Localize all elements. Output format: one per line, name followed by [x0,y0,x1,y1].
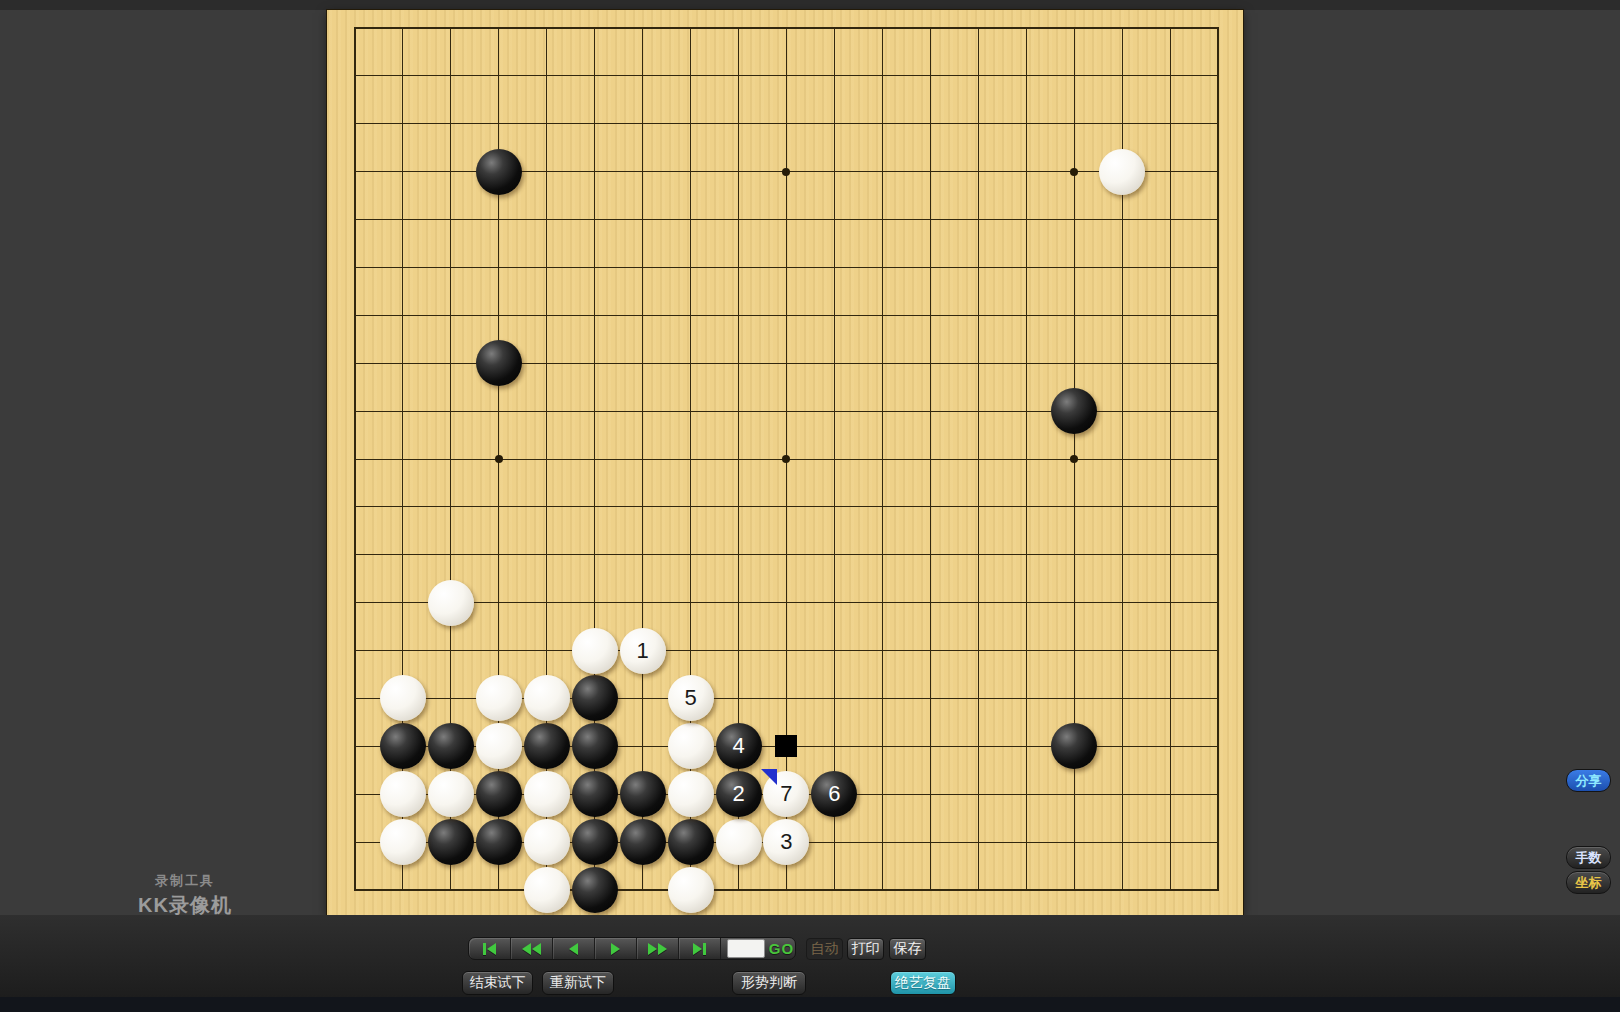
nav-to-start-button[interactable] [469,938,511,959]
stone-black [572,723,618,769]
stone-black [572,771,618,817]
go-button[interactable]: GO [768,940,795,957]
position-judge-button[interactable]: 形势判断 [732,971,806,995]
stone-white [668,771,714,817]
to-end-icon [693,943,702,955]
save-button[interactable]: 保存 [889,938,926,960]
star-point [782,455,790,463]
stone-black [1051,388,1097,434]
move-number-input[interactable] [727,939,765,958]
nav-backward-button[interactable] [553,938,595,959]
star-point [782,168,790,176]
stone-black-4: 4 [716,723,762,769]
stone-white [668,723,714,769]
move-number-label: 4 [732,735,744,757]
stone-black [428,819,474,865]
recorder-watermark: 录制工具 KK录像机 [90,872,280,919]
stone-white [476,675,522,721]
stone-black [572,819,618,865]
last-move-triangle-marker [761,769,777,785]
square-marker [775,735,797,757]
grid-line-v [1026,27,1027,891]
stone-white [524,819,570,865]
move-number-label: 2 [732,783,744,805]
move-nav-toolbar: GO [468,937,796,960]
stone-white [1099,149,1145,195]
backward-icon [569,943,578,955]
grid-line-v [978,27,979,891]
stone-black [380,723,426,769]
stone-black [524,723,570,769]
stone-white [380,675,426,721]
nav-to-end-button[interactable] [679,938,721,959]
stone-white [716,819,762,865]
stone-white [428,580,474,626]
grid-line-v [882,27,883,891]
ai-review-button[interactable]: 绝艺复盘 [890,971,956,995]
stone-black [476,149,522,195]
grid-line-h [354,554,1219,555]
move-numbers-toggle[interactable]: 手数 [1566,846,1611,869]
go-board[interactable]: 1542763 [327,10,1243,915]
stone-white [572,628,618,674]
windows-taskbar: 10:50 [0,997,1620,1012]
stone-black [620,771,666,817]
restart-trial-button[interactable]: 重新试下 [542,971,614,995]
stone-black [620,819,666,865]
stone-white [524,771,570,817]
stone-white [380,771,426,817]
grid-line-h [354,506,1219,507]
star-point [1070,455,1078,463]
watermark-line1: 录制工具 [90,872,280,890]
move-number-label: 5 [684,687,696,709]
stone-white-1: 1 [620,628,666,674]
stone-black [428,723,474,769]
stone-black-2: 2 [716,771,762,817]
print-button[interactable]: 打印 [847,938,884,960]
stone-white [428,771,474,817]
move-number-label: 1 [637,640,649,662]
screen: 1542763 录制工具 KK录像机 GO 自动 打印 保存 结束试下 重新试下… [0,0,1620,1012]
stone-white [476,723,522,769]
stone-white-5: 5 [668,675,714,721]
grid-line-v [930,27,931,891]
stone-black [476,771,522,817]
forward-icon [611,943,620,955]
stone-black-6: 6 [811,771,857,817]
stone-black [572,675,618,721]
stone-black [476,340,522,386]
top-strip [0,0,1620,10]
end-trial-button[interactable]: 结束试下 [462,971,533,995]
stone-white [524,675,570,721]
grid-line-h [354,889,1219,891]
move-number-label: 7 [780,783,792,805]
move-number-label: 3 [780,831,792,853]
grid-line-h [354,602,1219,603]
nav-fast-forward-button[interactable] [637,938,679,959]
grid-line-v [1217,27,1219,891]
share-button[interactable]: 分享 [1566,769,1611,792]
stone-black [476,819,522,865]
grid-line-v [834,27,835,891]
grid-line-h [354,650,1219,651]
stone-black [668,819,714,865]
stone-white [524,867,570,913]
nav-fast-backward-button[interactable] [511,938,553,959]
coordinates-toggle[interactable]: 坐标 [1566,871,1611,894]
nav-forward-button[interactable] [595,938,637,959]
stone-white [668,867,714,913]
fast-forward-icon [648,943,657,955]
grid-line-v [1170,27,1171,891]
to-start-icon [483,943,486,955]
stone-white [380,819,426,865]
auto-button[interactable]: 自动 [806,938,843,960]
star-point [1070,168,1078,176]
fast-backward-icon [522,943,531,955]
stone-white-3: 3 [763,819,809,865]
stone-black [572,867,618,913]
stone-black [1051,723,1097,769]
star-point [495,455,503,463]
move-number-label: 6 [828,783,840,805]
